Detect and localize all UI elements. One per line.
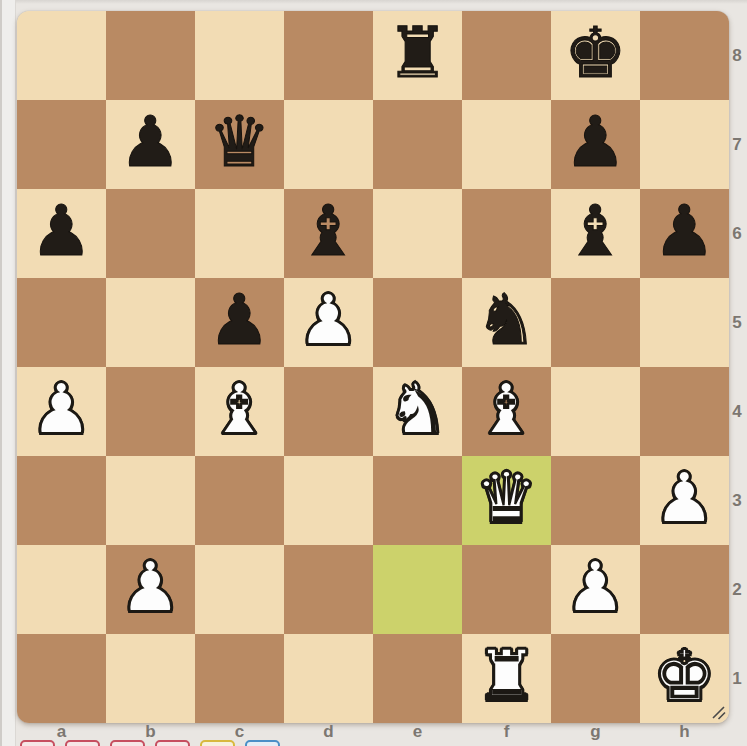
square-c6[interactable]	[195, 189, 284, 278]
piece-white-bishop[interactable]: ♝	[475, 374, 538, 444]
piece-black-bishop[interactable]: ♝	[564, 196, 627, 266]
piece-white-pawn[interactable]: ♟	[119, 552, 182, 622]
piece-black-queen[interactable]: ♛	[208, 107, 271, 177]
square-f7[interactable]	[462, 100, 551, 189]
piece-white-bishop[interactable]: ♝	[208, 374, 271, 444]
square-d5[interactable]: ♟	[284, 278, 373, 367]
square-f1[interactable]: ♜	[462, 634, 551, 723]
square-d7[interactable]	[284, 100, 373, 189]
square-d6[interactable]: ♝	[284, 189, 373, 278]
piece-black-knight[interactable]: ♞	[475, 285, 538, 355]
square-b7[interactable]: ♟	[106, 100, 195, 189]
square-a1[interactable]	[17, 634, 106, 723]
square-g8[interactable]: ♚	[551, 11, 640, 100]
window-top-edge	[0, 0, 747, 4]
rank-label-3: 3	[727, 456, 747, 545]
square-g6[interactable]: ♝	[551, 189, 640, 278]
rank-label-2: 2	[727, 545, 747, 634]
bottom-tab-4[interactable]	[155, 740, 190, 746]
bottom-tab-strip	[0, 740, 747, 746]
piece-white-queen[interactable]: ♛	[475, 463, 538, 533]
square-d8[interactable]	[284, 11, 373, 100]
square-e2[interactable]	[373, 545, 462, 634]
square-d3[interactable]	[284, 456, 373, 545]
piece-white-king[interactable]: ♚	[653, 641, 716, 711]
square-c1[interactable]	[195, 634, 284, 723]
square-g4[interactable]	[551, 367, 640, 456]
square-a8[interactable]	[17, 11, 106, 100]
rank-label-6: 6	[727, 189, 747, 278]
piece-white-rook[interactable]: ♜	[475, 641, 538, 711]
square-b4[interactable]	[106, 367, 195, 456]
square-f5[interactable]: ♞	[462, 278, 551, 367]
square-h1[interactable]: ♚	[640, 634, 729, 723]
bottom-tab-5[interactable]	[200, 740, 235, 746]
file-label-h: h	[640, 722, 729, 742]
board-resize-handle-icon[interactable]	[709, 703, 726, 720]
square-f2[interactable]	[462, 545, 551, 634]
piece-white-knight[interactable]: ♞	[386, 374, 449, 444]
piece-black-pawn[interactable]: ♟	[208, 285, 271, 355]
square-e5[interactable]	[373, 278, 462, 367]
square-h5[interactable]	[640, 278, 729, 367]
piece-white-pawn[interactable]: ♟	[297, 285, 360, 355]
square-c2[interactable]	[195, 545, 284, 634]
bottom-tab-3[interactable]	[110, 740, 145, 746]
bottom-tab-1[interactable]	[20, 740, 55, 746]
square-f8[interactable]	[462, 11, 551, 100]
piece-white-pawn[interactable]: ♟	[30, 374, 93, 444]
square-h6[interactable]: ♟	[640, 189, 729, 278]
square-h3[interactable]: ♟	[640, 456, 729, 545]
piece-black-pawn[interactable]: ♟	[119, 107, 182, 177]
square-a4[interactable]: ♟	[17, 367, 106, 456]
rank-label-5: 5	[727, 278, 747, 367]
piece-black-pawn[interactable]: ♟	[564, 107, 627, 177]
piece-black-pawn[interactable]: ♟	[30, 196, 93, 266]
square-h2[interactable]	[640, 545, 729, 634]
square-b2[interactable]: ♟	[106, 545, 195, 634]
piece-white-pawn[interactable]: ♟	[564, 552, 627, 622]
square-e1[interactable]	[373, 634, 462, 723]
square-c8[interactable]	[195, 11, 284, 100]
square-b5[interactable]	[106, 278, 195, 367]
square-b8[interactable]	[106, 11, 195, 100]
square-e7[interactable]	[373, 100, 462, 189]
square-f6[interactable]	[462, 189, 551, 278]
rank-coordinates: 87654321	[727, 11, 747, 723]
piece-white-pawn[interactable]: ♟	[653, 463, 716, 533]
file-label-g: g	[551, 722, 640, 742]
square-f3[interactable]: ♛	[462, 456, 551, 545]
rank-label-8: 8	[727, 11, 747, 100]
file-label-b: b	[106, 722, 195, 742]
square-a7[interactable]	[17, 100, 106, 189]
square-e3[interactable]	[373, 456, 462, 545]
square-e6[interactable]	[373, 189, 462, 278]
file-label-c: c	[195, 722, 284, 742]
square-g5[interactable]	[551, 278, 640, 367]
piece-black-bishop[interactable]: ♝	[297, 196, 360, 266]
square-b3[interactable]	[106, 456, 195, 545]
square-d1[interactable]	[284, 634, 373, 723]
chess-board: ♜♚♟♛♟♟♝♝♟♟♟♞♟♝♞♝♛♟♟♟♜♚	[17, 11, 729, 723]
square-b6[interactable]	[106, 189, 195, 278]
square-g3[interactable]	[551, 456, 640, 545]
square-a6[interactable]: ♟	[17, 189, 106, 278]
square-h7[interactable]	[640, 100, 729, 189]
square-g7[interactable]: ♟	[551, 100, 640, 189]
file-label-f: f	[462, 722, 551, 742]
square-f4[interactable]: ♝	[462, 367, 551, 456]
rank-label-7: 7	[727, 100, 747, 189]
bottom-tab-6[interactable]	[245, 740, 280, 746]
square-c7[interactable]: ♛	[195, 100, 284, 189]
vertical-scrollbar[interactable]	[0, 0, 16, 746]
bottom-tab-2[interactable]	[65, 740, 100, 746]
square-g2[interactable]: ♟	[551, 545, 640, 634]
square-h4[interactable]	[640, 367, 729, 456]
square-a2[interactable]	[17, 545, 106, 634]
rank-label-4: 4	[727, 367, 747, 456]
square-a5[interactable]	[17, 278, 106, 367]
square-e4[interactable]: ♞	[373, 367, 462, 456]
file-label-a: a	[17, 722, 106, 742]
piece-black-pawn[interactable]: ♟	[653, 196, 716, 266]
square-c3[interactable]	[195, 456, 284, 545]
square-c4[interactable]: ♝	[195, 367, 284, 456]
square-d2[interactable]	[284, 545, 373, 634]
square-a3[interactable]	[17, 456, 106, 545]
piece-black-rook[interactable]: ♜	[386, 18, 449, 88]
square-c5[interactable]: ♟	[195, 278, 284, 367]
piece-black-king[interactable]: ♚	[564, 18, 627, 88]
square-d4[interactable]	[284, 367, 373, 456]
file-label-d: d	[284, 722, 373, 742]
square-g1[interactable]	[551, 634, 640, 723]
square-e8[interactable]: ♜	[373, 11, 462, 100]
file-label-e: e	[373, 722, 462, 742]
square-b1[interactable]	[106, 634, 195, 723]
square-h8[interactable]	[640, 11, 729, 100]
rank-label-1: 1	[727, 634, 747, 723]
